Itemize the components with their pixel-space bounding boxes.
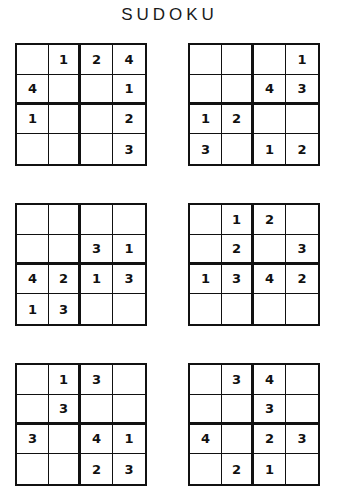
cell-r4c3-empty[interactable]	[254, 294, 286, 324]
cell-r2c4-given: 3	[286, 235, 318, 265]
cell-r1c3-given: 2	[254, 205, 286, 235]
cell-r3c1-given: 3	[17, 425, 49, 455]
cell-r1c4-given: 4	[113, 45, 145, 75]
cell-r1c2-given: 1	[49, 45, 81, 75]
cell-r3c3-empty[interactable]	[81, 105, 113, 135]
cell-r3c2-empty[interactable]	[222, 425, 254, 455]
cell-r1c3-empty[interactable]	[254, 45, 286, 75]
sudoku-grid-2: 14312312	[188, 43, 320, 166]
cell-r2c1-empty[interactable]	[17, 235, 49, 265]
cell-r3c3-given: 4	[81, 425, 113, 455]
cell-r2c2-empty[interactable]	[222, 75, 254, 105]
cell-r4c2-empty[interactable]	[49, 134, 81, 164]
cell-r1c1-empty[interactable]	[17, 365, 49, 395]
cell-r3c4-given: 1	[113, 425, 145, 455]
cell-r2c2-given: 2	[222, 235, 254, 265]
cell-r3c2-empty[interactable]	[49, 425, 81, 455]
cell-r3c1-given: 4	[190, 425, 222, 455]
cell-r2c4-empty[interactable]	[286, 395, 318, 425]
cell-r2c4-given: 1	[113, 235, 145, 265]
cell-r4c1-empty[interactable]	[17, 454, 49, 484]
sudoku-grid-6: 34342321	[188, 363, 320, 486]
cell-r1c2-given: 1	[49, 365, 81, 395]
cell-r1c1-empty[interactable]	[190, 45, 222, 75]
cell-r4c4-given: 3	[113, 134, 145, 164]
sudoku-grid-1: 12441123	[15, 43, 147, 166]
cell-r3c1-given: 1	[190, 265, 222, 295]
cell-r3c2-empty[interactable]	[49, 105, 81, 135]
cell-r2c3-given: 4	[254, 75, 286, 105]
sudoku-grid-3: 31421313	[15, 203, 147, 326]
cell-r4c2-given: 3	[49, 294, 81, 324]
cell-r3c2-given: 2	[49, 265, 81, 295]
cell-r1c3-given: 2	[81, 45, 113, 75]
cell-r4c4-empty[interactable]	[286, 454, 318, 484]
cell-r2c3-empty[interactable]	[254, 235, 286, 265]
cell-r4c1-given: 1	[17, 294, 49, 324]
cell-r1c1-empty[interactable]	[17, 45, 49, 75]
cell-r4c4-given: 2	[286, 134, 318, 164]
cell-r4c1-empty[interactable]	[17, 134, 49, 164]
cell-r3c3-given: 1	[81, 265, 113, 295]
cell-r1c4-empty[interactable]	[113, 205, 145, 235]
cell-r3c1-given: 1	[190, 105, 222, 135]
cell-r3c3-given: 4	[254, 265, 286, 295]
cell-r2c1-given: 4	[17, 75, 49, 105]
sudoku-grid-4: 12231342	[188, 203, 320, 326]
cell-r1c3-empty[interactable]	[81, 205, 113, 235]
cell-r4c3-given: 1	[254, 134, 286, 164]
cell-r3c4-given: 2	[286, 265, 318, 295]
cell-r1c2-given: 3	[222, 365, 254, 395]
cell-r3c4-empty[interactable]	[286, 105, 318, 135]
cell-r4c3-given: 2	[81, 454, 113, 484]
cell-r2c3-given: 3	[81, 235, 113, 265]
cell-r3c4-given: 3	[113, 265, 145, 295]
cell-r2c3-empty[interactable]	[81, 395, 113, 425]
cell-r1c2-empty[interactable]	[49, 205, 81, 235]
cell-r2c2-empty[interactable]	[49, 75, 81, 105]
cell-r2c4-given: 3	[286, 75, 318, 105]
cell-r2c2-given: 3	[49, 395, 81, 425]
cell-r4c2-empty[interactable]	[222, 134, 254, 164]
cell-r1c1-empty[interactable]	[17, 205, 49, 235]
cell-r1c4-empty[interactable]	[286, 205, 318, 235]
cell-r3c4-given: 3	[286, 425, 318, 455]
cell-r4c3-empty[interactable]	[81, 294, 113, 324]
cell-r1c3-given: 4	[254, 365, 286, 395]
cell-r4c1-given: 3	[190, 134, 222, 164]
cell-r1c4-empty[interactable]	[113, 365, 145, 395]
cell-r2c3-given: 3	[254, 395, 286, 425]
cell-r1c2-empty[interactable]	[222, 45, 254, 75]
sudoku-grid-5: 13334123	[15, 363, 147, 486]
cell-r1c4-given: 1	[286, 45, 318, 75]
cell-r3c3-given: 2	[254, 425, 286, 455]
cell-r2c1-empty[interactable]	[190, 235, 222, 265]
cell-r1c4-empty[interactable]	[286, 365, 318, 395]
cell-r3c3-empty[interactable]	[254, 105, 286, 135]
cell-r3c2-given: 2	[222, 105, 254, 135]
cell-r2c1-empty[interactable]	[190, 75, 222, 105]
cell-r1c2-given: 1	[222, 205, 254, 235]
cell-r4c2-given: 2	[222, 454, 254, 484]
cell-r3c1-given: 1	[17, 105, 49, 135]
cell-r1c3-given: 3	[81, 365, 113, 395]
cell-r4c3-empty[interactable]	[81, 134, 113, 164]
cell-r4c2-empty[interactable]	[49, 454, 81, 484]
page-title: SUDOKU	[0, 5, 339, 25]
cell-r2c2-empty[interactable]	[222, 395, 254, 425]
cell-r3c4-given: 2	[113, 105, 145, 135]
cell-r4c2-empty[interactable]	[222, 294, 254, 324]
cell-r2c1-empty[interactable]	[17, 395, 49, 425]
cell-r2c3-empty[interactable]	[81, 75, 113, 105]
cell-r4c4-empty[interactable]	[286, 294, 318, 324]
cell-r4c3-given: 1	[254, 454, 286, 484]
cell-r4c4-given: 3	[113, 454, 145, 484]
cell-r3c1-given: 4	[17, 265, 49, 295]
cell-r2c2-empty[interactable]	[49, 235, 81, 265]
cell-r1c1-empty[interactable]	[190, 205, 222, 235]
cell-r2c1-empty[interactable]	[190, 395, 222, 425]
cell-r1c1-empty[interactable]	[190, 365, 222, 395]
cell-r4c4-empty[interactable]	[113, 294, 145, 324]
cell-r4c1-empty[interactable]	[190, 294, 222, 324]
cell-r2c4-empty[interactable]	[113, 395, 145, 425]
cell-r4c1-empty[interactable]	[190, 454, 222, 484]
cell-r3c2-given: 3	[222, 265, 254, 295]
sudoku-worksheet: SUDOKU 12441123 14312312 31421313 122313…	[0, 0, 339, 500]
cell-r2c4-given: 1	[113, 75, 145, 105]
